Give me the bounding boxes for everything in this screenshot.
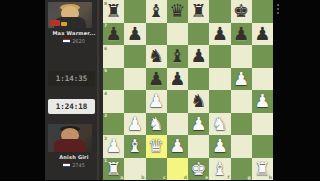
square-h1[interactable]: h♜	[252, 158, 273, 181]
piece-black-rook-e8[interactable]: ♜	[188, 0, 209, 23]
square-f4[interactable]	[209, 90, 230, 113]
square-d5[interactable]: ♟	[167, 68, 188, 91]
square-g2[interactable]	[231, 135, 252, 158]
square-c6[interactable]: ♞	[146, 45, 167, 68]
piece-black-rook-a8[interactable]: ♜	[103, 0, 124, 23]
piece-white-rook-a1[interactable]: ♜	[103, 158, 124, 181]
netherlands-flag-icon	[63, 163, 70, 168]
file-label-c: c	[163, 175, 166, 180]
square-f8[interactable]	[209, 0, 230, 23]
file-label-d: d	[184, 175, 187, 180]
avatar-badge-2	[61, 22, 67, 26]
square-d7[interactable]	[167, 23, 188, 46]
square-e3[interactable]: ♟	[188, 113, 209, 136]
rank-label-3: 3	[104, 113, 107, 118]
square-b5[interactable]	[124, 68, 145, 91]
player-bottom-avatar[interactable]	[48, 124, 92, 152]
square-b8[interactable]	[124, 0, 145, 23]
piece-black-pawn-e6[interactable]: ♟	[188, 45, 209, 68]
piece-black-pawn-f7[interactable]: ♟	[209, 23, 230, 46]
square-h2[interactable]	[252, 135, 273, 158]
square-b7[interactable]: ♟	[124, 23, 145, 46]
square-b1[interactable]: b	[124, 158, 145, 181]
square-a6[interactable]: 6	[103, 45, 124, 68]
piece-black-queen-d8[interactable]: ♛	[167, 0, 188, 23]
square-b6[interactable]	[124, 45, 145, 68]
avatar-torso	[54, 139, 86, 152]
square-g6[interactable]	[231, 45, 252, 68]
clock-black: 1:14:35	[48, 71, 95, 86]
square-g8[interactable]: ♚	[231, 0, 252, 23]
square-b2[interactable]: ♝	[124, 135, 145, 158]
netherlands-flag-icon	[63, 39, 70, 44]
piece-white-pawn-b3[interactable]: ♟	[124, 113, 145, 136]
piece-white-pawn-e3[interactable]: ♟	[188, 113, 209, 136]
square-f3[interactable]: ♞	[209, 113, 230, 136]
square-d2[interactable]: ♟	[167, 135, 188, 158]
piece-black-pawn-a7[interactable]: ♟	[103, 23, 124, 46]
square-a5[interactable]: 5	[103, 68, 124, 91]
square-e2[interactable]	[188, 135, 209, 158]
player-bottom-rating: 2745	[72, 162, 85, 168]
piece-white-pawn-g5[interactable]: ♟	[231, 68, 252, 91]
square-c7[interactable]	[146, 23, 167, 46]
piece-black-king-g8[interactable]: ♚	[231, 0, 252, 23]
square-f6[interactable]	[209, 45, 230, 68]
file-label-b: b	[141, 175, 144, 180]
piece-black-bishop-c8[interactable]: ♝	[146, 0, 167, 23]
square-b4[interactable]	[124, 90, 145, 113]
square-g7[interactable]: ♟	[231, 23, 252, 46]
square-f2[interactable]: ♟	[209, 135, 230, 158]
avatar-badge	[50, 20, 60, 26]
rank-label-6: 6	[104, 46, 107, 51]
piece-black-pawn-h7[interactable]: ♟	[252, 23, 273, 46]
player-top-name: Max Warmer...	[45, 30, 103, 36]
square-d8[interactable]: ♛	[167, 0, 188, 23]
piece-white-bishop-b2[interactable]: ♝	[124, 135, 145, 158]
square-h4[interactable]: ♟	[252, 90, 273, 113]
piece-white-rook-h1[interactable]: ♜	[252, 158, 273, 181]
square-f1[interactable]: f♝	[209, 158, 230, 181]
square-c8[interactable]: ♝	[146, 0, 167, 23]
app-window: Max Warmer... 2620 1:14:35 1:24:18 Anish…	[0, 0, 320, 180]
square-e6[interactable]: ♟	[188, 45, 209, 68]
square-g3[interactable]	[231, 113, 252, 136]
piece-white-pawn-h4[interactable]: ♟	[252, 90, 273, 113]
square-e5[interactable]	[188, 68, 209, 91]
player-top-avatar[interactable]	[48, 2, 92, 28]
piece-black-knight-c6[interactable]: ♞	[146, 45, 167, 68]
square-d6[interactable]: ♝	[167, 45, 188, 68]
player-top-rating: 2620	[72, 38, 85, 44]
square-a1[interactable]: 1a♜	[103, 158, 124, 181]
panel-scrollbar[interactable]	[97, 0, 99, 180]
player-bottom-name: Anish Giri	[45, 154, 103, 160]
square-a2[interactable]: 2♟	[103, 135, 124, 158]
square-b3[interactable]: ♟	[124, 113, 145, 136]
square-e4[interactable]: ♞	[188, 90, 209, 113]
square-g4[interactable]	[231, 90, 252, 113]
square-c4[interactable]: ♟	[146, 90, 167, 113]
square-c2[interactable]: ♛	[146, 135, 167, 158]
square-a3[interactable]: 3	[103, 113, 124, 136]
player-top-rating-row: 2620	[45, 38, 103, 44]
piece-white-pawn-a2[interactable]: ♟	[103, 135, 124, 158]
square-d1[interactable]: d	[167, 158, 188, 181]
square-g1[interactable]: g	[231, 158, 252, 181]
square-a8[interactable]: 8♜	[103, 0, 124, 23]
piece-white-pawn-f2[interactable]: ♟	[209, 135, 230, 158]
rank-label-5: 5	[104, 68, 107, 73]
square-c5[interactable]: ♟	[146, 68, 167, 91]
square-h7[interactable]: ♟	[252, 23, 273, 46]
square-c3[interactable]: ♞	[146, 113, 167, 136]
clock-white-active: 1:24:18	[48, 99, 95, 114]
square-h6[interactable]	[252, 45, 273, 68]
piece-white-pawn-d2[interactable]: ♟	[167, 135, 188, 158]
square-h8[interactable]	[252, 0, 273, 23]
piece-white-queen-c2[interactable]: ♛	[146, 135, 167, 158]
square-e7[interactable]	[188, 23, 209, 46]
square-h5[interactable]	[252, 68, 273, 91]
player-bottom-rating-row: 2745	[45, 162, 103, 168]
square-f5[interactable]	[209, 68, 230, 91]
piece-white-bishop-f1[interactable]: ♝	[209, 158, 230, 181]
square-a7[interactable]: 7♟	[103, 23, 124, 46]
square-f7[interactable]: ♟	[209, 23, 230, 46]
piece-white-knight-f3[interactable]: ♞	[209, 113, 230, 136]
piece-white-king-e1[interactable]: ♚	[188, 158, 209, 181]
square-h3[interactable]	[252, 113, 273, 136]
piece-black-pawn-d5[interactable]: ♟	[167, 68, 188, 91]
square-d4[interactable]	[167, 90, 188, 113]
square-e1[interactable]: e♚	[188, 158, 209, 181]
piece-white-knight-c3[interactable]: ♞	[146, 113, 167, 136]
menu-dots-icon[interactable]	[275, 3, 281, 17]
piece-black-bishop-d6[interactable]: ♝	[167, 45, 188, 68]
square-a4[interactable]: 4	[103, 90, 124, 113]
square-c1[interactable]: c	[146, 158, 167, 181]
square-e8[interactable]: ♜	[188, 0, 209, 23]
square-g5[interactable]: ♟	[231, 68, 252, 91]
player-side-panel: Max Warmer... 2620 1:14:35 1:24:18 Anish…	[45, 0, 103, 180]
file-label-g: g	[248, 175, 251, 180]
clock-white-time: 1:24:18	[56, 102, 88, 111]
rank-label-4: 4	[104, 91, 107, 96]
piece-black-pawn-c5[interactable]: ♟	[146, 68, 167, 91]
square-d3[interactable]	[167, 113, 188, 136]
piece-black-pawn-b7[interactable]: ♟	[124, 23, 145, 46]
piece-black-pawn-g7[interactable]: ♟	[231, 23, 252, 46]
piece-black-knight-e4[interactable]: ♞	[188, 90, 209, 113]
clock-black-time: 1:14:35	[56, 74, 88, 83]
chess-board: 8♜♝♛♜♚7♟♟♟♟♟6♞♝♟5♟♟♟4♟♞♟3♟♞♟♞2♟♝♛♟♟1a♜bc…	[103, 0, 273, 180]
piece-white-pawn-c4[interactable]: ♟	[146, 90, 167, 113]
